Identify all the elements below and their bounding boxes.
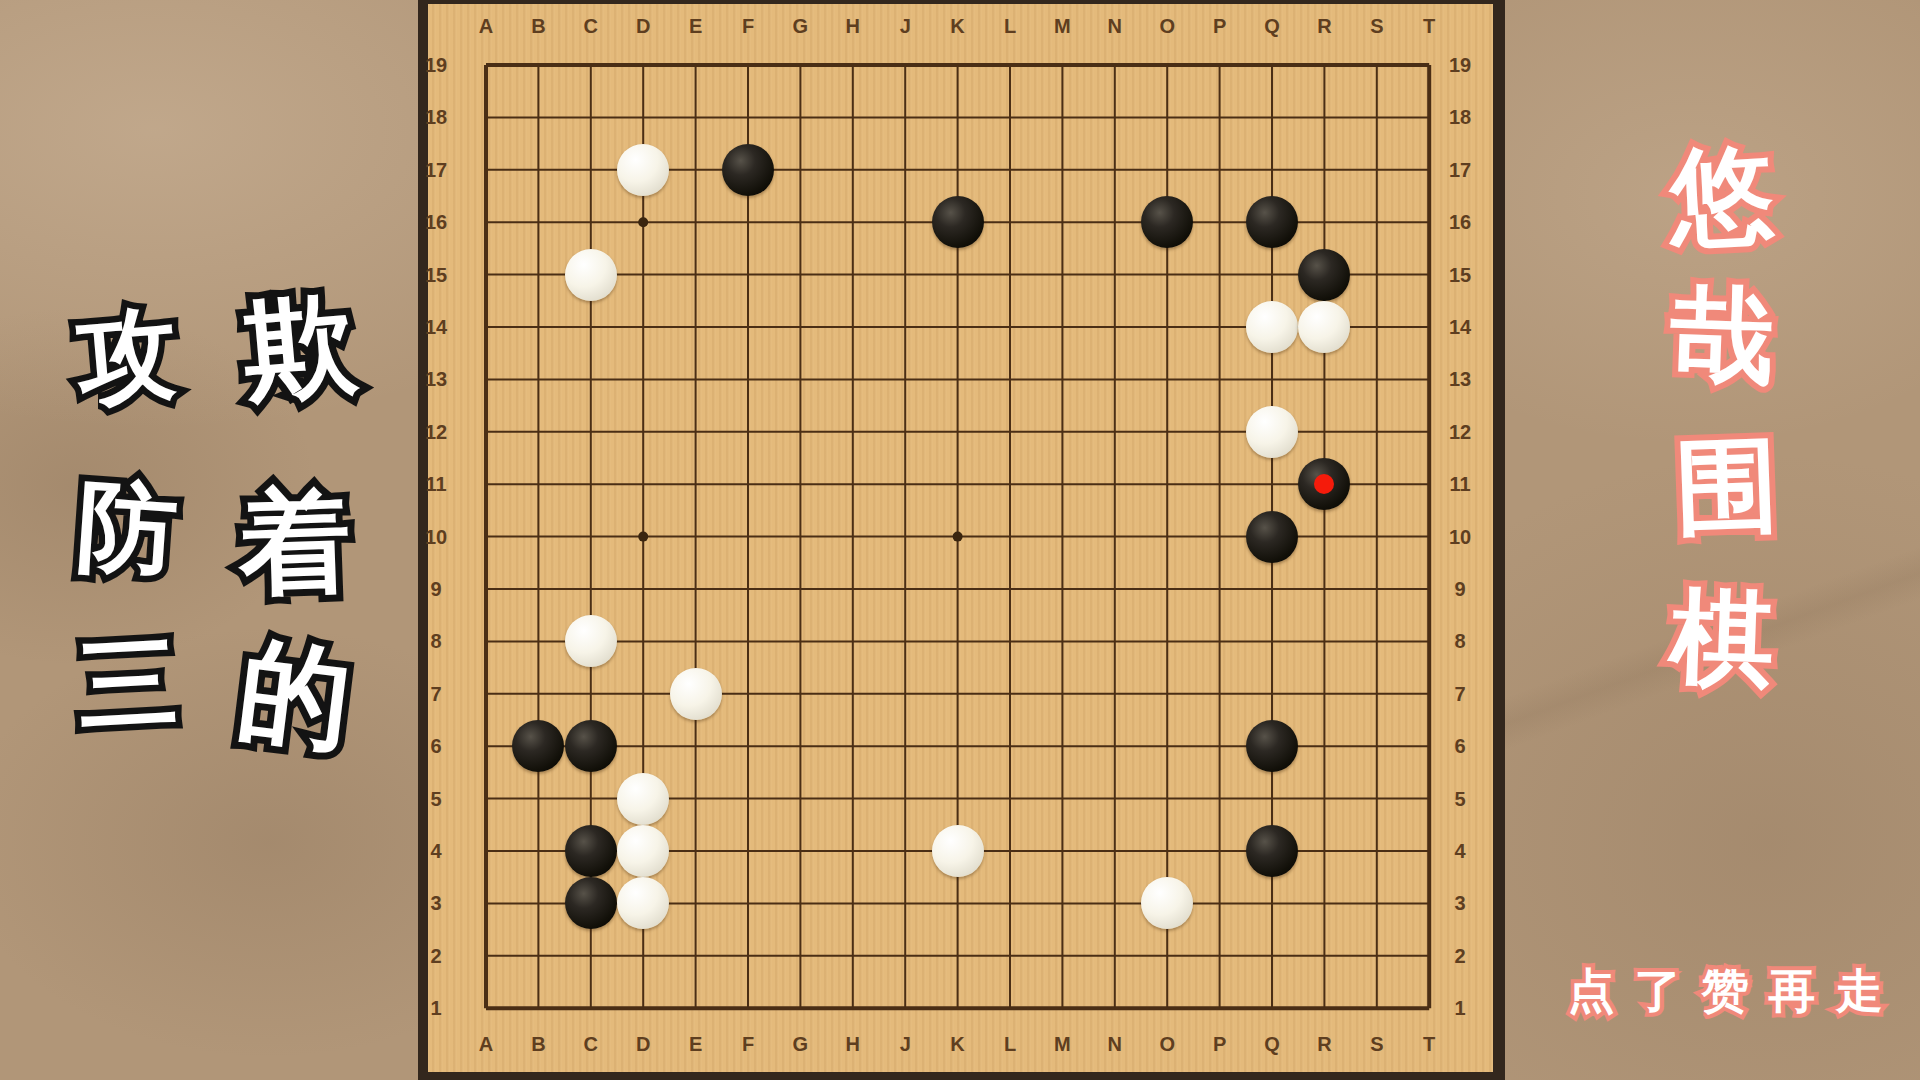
board-border-right xyxy=(1493,0,1505,1080)
column-label-top-O: O xyxy=(1159,15,1175,38)
column-label-bottom-H: H xyxy=(846,1033,860,1056)
stone-black-O16 xyxy=(1141,196,1193,248)
row-label-right-7: 7 xyxy=(1454,682,1465,705)
row-label-left-8: 8 xyxy=(430,630,441,653)
row-label-right-6: 6 xyxy=(1454,735,1465,758)
column-label-top-Q: Q xyxy=(1264,15,1280,38)
row-label-left-1: 1 xyxy=(430,997,441,1020)
page: { "game": { "name": "Go (Weiqi)", "board… xyxy=(0,0,1920,1080)
row-label-right-12: 12 xyxy=(1449,420,1471,443)
star-point-D10 xyxy=(638,532,648,542)
column-label-top-N: N xyxy=(1108,15,1122,38)
column-label-bottom-B: B xyxy=(531,1033,545,1056)
stone-black-R11 xyxy=(1298,458,1350,510)
board-border-bottom xyxy=(418,1072,1505,1080)
column-label-top-C: C xyxy=(584,15,598,38)
column-label-bottom-A: A xyxy=(479,1033,493,1056)
row-label-left-3: 3 xyxy=(430,892,441,915)
stone-white-D5 xyxy=(617,773,669,825)
stone-black-Q10 xyxy=(1246,511,1298,563)
stone-black-K16 xyxy=(932,196,984,248)
stone-black-F17 xyxy=(722,144,774,196)
bottom-right-note: 点了赞再走 xyxy=(1530,953,1920,1029)
row-label-left-18: 18 xyxy=(425,106,447,129)
left-title-char-de: 的 xyxy=(200,600,389,789)
right-title-char-wei: 围 xyxy=(1639,400,1815,576)
row-label-left-6: 6 xyxy=(430,735,441,758)
column-label-top-A: A xyxy=(479,15,493,38)
stone-white-C15 xyxy=(565,249,617,301)
row-label-left-15: 15 xyxy=(425,263,447,286)
row-label-right-16: 16 xyxy=(1449,211,1471,234)
column-label-bottom-M: M xyxy=(1054,1033,1071,1056)
row-label-left-11: 11 xyxy=(425,473,446,496)
last-move-marker xyxy=(1314,474,1334,494)
left-title-char-qi: 欺 xyxy=(208,255,392,439)
stone-white-C8 xyxy=(565,615,617,667)
stone-white-K4 xyxy=(932,825,984,877)
column-label-top-P: P xyxy=(1213,15,1226,38)
column-label-top-M: M xyxy=(1054,15,1071,38)
row-label-right-3: 3 xyxy=(1454,892,1465,915)
column-label-top-T: T xyxy=(1423,15,1435,38)
column-label-top-R: R xyxy=(1317,15,1331,38)
column-label-bottom-T: T xyxy=(1423,1033,1435,1056)
row-label-right-14: 14 xyxy=(1449,316,1471,339)
left-title-char-gong: 攻 xyxy=(35,265,219,449)
row-label-left-9: 9 xyxy=(430,578,441,601)
stone-white-Q12 xyxy=(1246,406,1298,458)
stone-black-C4 xyxy=(565,825,617,877)
stone-white-D3 xyxy=(617,877,669,929)
right-title-char-qi2: 棋 xyxy=(1634,552,1810,728)
board-border-top xyxy=(418,0,1505,4)
stone-black-C3 xyxy=(565,877,617,929)
row-label-right-13: 13 xyxy=(1449,368,1471,391)
stone-white-R14 xyxy=(1298,301,1350,353)
column-label-bottom-J: J xyxy=(900,1033,911,1056)
row-label-left-7: 7 xyxy=(430,682,441,705)
column-label-top-D: D xyxy=(636,15,650,38)
row-label-right-11: 11 xyxy=(1449,473,1470,496)
column-label-top-G: G xyxy=(793,15,809,38)
stone-black-R15 xyxy=(1298,249,1350,301)
row-label-left-13: 13 xyxy=(425,368,447,391)
row-label-left-14: 14 xyxy=(425,316,447,339)
row-label-left-10: 10 xyxy=(425,525,447,548)
row-label-right-4: 4 xyxy=(1454,840,1465,863)
row-label-left-19: 19 xyxy=(425,54,447,77)
row-label-left-12: 12 xyxy=(425,420,447,443)
stone-white-Q14 xyxy=(1246,301,1298,353)
stone-white-D17 xyxy=(617,144,669,196)
stone-black-Q4 xyxy=(1246,825,1298,877)
column-label-bottom-Q: Q xyxy=(1264,1033,1280,1056)
stone-black-B6 xyxy=(512,720,564,772)
column-label-bottom-C: C xyxy=(584,1033,598,1056)
go-board-panel: AABBCCDDEEFFGGHHJJKKLLMMNNOOPPQQRRSSTT19… xyxy=(418,0,1505,1080)
column-label-bottom-R: R xyxy=(1317,1033,1331,1056)
column-label-bottom-G: G xyxy=(793,1033,809,1056)
star-point-D16 xyxy=(638,217,648,227)
column-label-bottom-K: K xyxy=(950,1033,964,1056)
column-label-bottom-F: F xyxy=(742,1033,754,1056)
row-label-right-8: 8 xyxy=(1454,630,1465,653)
left-title-char-fang: 防 xyxy=(36,439,217,620)
row-label-left-16: 16 xyxy=(425,211,447,234)
column-label-top-E: E xyxy=(689,15,702,38)
right-title-char-zai: 哉 xyxy=(1634,249,1810,425)
column-label-bottom-S: S xyxy=(1370,1033,1383,1056)
stone-black-C6 xyxy=(565,720,617,772)
left-title-char-san: 三 xyxy=(39,596,218,775)
row-label-right-1: 1 xyxy=(1454,997,1465,1020)
column-label-bottom-N: N xyxy=(1108,1033,1122,1056)
row-label-right-15: 15 xyxy=(1449,263,1471,286)
column-label-top-K: K xyxy=(950,15,964,38)
stone-white-E7 xyxy=(670,668,722,720)
column-label-bottom-P: P xyxy=(1213,1033,1226,1056)
stone-white-D4 xyxy=(617,825,669,877)
row-label-left-4: 4 xyxy=(430,840,441,863)
row-label-right-2: 2 xyxy=(1454,944,1465,967)
column-label-bottom-D: D xyxy=(636,1033,650,1056)
column-label-bottom-O: O xyxy=(1159,1033,1175,1056)
column-label-top-S: S xyxy=(1370,15,1383,38)
stone-white-O3 xyxy=(1141,877,1193,929)
row-label-right-10: 10 xyxy=(1449,525,1471,548)
column-label-top-L: L xyxy=(1004,15,1016,38)
stone-black-Q6 xyxy=(1246,720,1298,772)
column-label-top-H: H xyxy=(846,15,860,38)
row-label-left-17: 17 xyxy=(425,158,447,181)
row-label-right-19: 19 xyxy=(1449,54,1471,77)
row-label-left-5: 5 xyxy=(430,787,441,810)
row-label-left-2: 2 xyxy=(430,944,441,967)
stone-black-Q16 xyxy=(1246,196,1298,248)
column-label-top-J: J xyxy=(900,15,911,38)
row-label-right-17: 17 xyxy=(1449,158,1471,181)
column-label-top-F: F xyxy=(742,15,754,38)
row-label-right-18: 18 xyxy=(1449,106,1471,129)
row-label-right-5: 5 xyxy=(1454,787,1465,810)
row-label-right-9: 9 xyxy=(1454,578,1465,601)
column-label-top-B: B xyxy=(531,15,545,38)
column-label-bottom-L: L xyxy=(1004,1033,1016,1056)
star-point-K10 xyxy=(953,532,963,542)
column-label-bottom-E: E xyxy=(689,1033,702,1056)
